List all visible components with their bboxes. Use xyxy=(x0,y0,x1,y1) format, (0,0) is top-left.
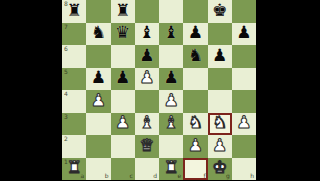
square-c8[interactable]: ♜ xyxy=(111,0,135,23)
square-c3[interactable]: ♟ xyxy=(111,113,135,136)
square-d6[interactable]: ♟ xyxy=(135,45,159,68)
black-king-g8[interactable]: ♚ xyxy=(212,2,227,19)
white-bishop-e3[interactable]: ♝ xyxy=(164,114,179,131)
square-e6[interactable] xyxy=(159,45,183,68)
black-rook-c8[interactable]: ♜ xyxy=(115,2,130,19)
white-rook-e1[interactable]: ♜ xyxy=(164,159,179,176)
white-bishop-d3[interactable]: ♝ xyxy=(139,114,154,131)
square-f8[interactable] xyxy=(183,0,207,23)
square-b7[interactable]: ♞ xyxy=(86,23,110,46)
black-pawn-d6[interactable]: ♟ xyxy=(139,47,154,64)
white-pawn-d5[interactable]: ♟ xyxy=(139,69,154,86)
black-pawn-h7[interactable]: ♟ xyxy=(236,24,251,41)
rank-label-4: 4 xyxy=(64,91,68,97)
square-g5[interactable] xyxy=(208,68,232,91)
black-pawn-g6[interactable]: ♟ xyxy=(212,47,227,64)
square-d2[interactable]: ♛ xyxy=(135,135,159,158)
square-h2[interactable] xyxy=(232,135,256,158)
white-knight-f3[interactable]: ♞ xyxy=(188,114,203,131)
white-rook-a1[interactable]: ♜ xyxy=(67,159,82,176)
square-e4[interactable]: ♟ xyxy=(159,90,183,113)
square-g7[interactable] xyxy=(208,23,232,46)
square-g4[interactable] xyxy=(208,90,232,113)
square-d4[interactable] xyxy=(135,90,159,113)
square-b3[interactable] xyxy=(86,113,110,136)
square-e1[interactable]: e♜ xyxy=(159,158,183,181)
square-b8[interactable] xyxy=(86,0,110,23)
square-h4[interactable] xyxy=(232,90,256,113)
square-f3[interactable]: ♞ xyxy=(183,113,207,136)
square-b6[interactable] xyxy=(86,45,110,68)
white-pawn-c3[interactable]: ♟ xyxy=(115,114,130,131)
black-bishop-d7[interactable]: ♝ xyxy=(139,24,154,41)
square-f5[interactable] xyxy=(183,68,207,91)
square-c6[interactable] xyxy=(111,45,135,68)
rank-label-2: 2 xyxy=(64,136,68,142)
square-h5[interactable] xyxy=(232,68,256,91)
square-b4[interactable]: ♟ xyxy=(86,90,110,113)
chess-board: 8♜♜♚7♞♛♝♝♟♟6♟♞♟5♟♟♟♟4♟♟3♟♝♝♞♞♟2♛♟♟1a♜bcd… xyxy=(62,0,256,180)
black-pawn-f7[interactable]: ♟ xyxy=(188,24,203,41)
white-king-g1[interactable]: ♚ xyxy=(212,159,227,176)
square-a6[interactable]: 6 xyxy=(62,45,86,68)
file-label-h: h xyxy=(250,173,254,179)
square-h6[interactable] xyxy=(232,45,256,68)
rank-label-7: 7 xyxy=(64,24,68,30)
square-g2[interactable]: ♟ xyxy=(208,135,232,158)
square-h3[interactable]: ♟ xyxy=(232,113,256,136)
file-label-f: f xyxy=(203,173,205,179)
black-bishop-e7[interactable]: ♝ xyxy=(164,24,179,41)
square-a4[interactable]: 4 xyxy=(62,90,86,113)
black-queen-c7[interactable]: ♛ xyxy=(115,24,130,41)
white-pawn-h3[interactable]: ♟ xyxy=(236,114,251,131)
black-pawn-b5[interactable]: ♟ xyxy=(91,69,106,86)
square-d1[interactable]: d xyxy=(135,158,159,181)
square-d8[interactable] xyxy=(135,0,159,23)
file-label-c: c xyxy=(129,173,132,179)
square-b1[interactable]: b xyxy=(86,158,110,181)
black-knight-b7[interactable]: ♞ xyxy=(91,24,106,41)
square-e7[interactable]: ♝ xyxy=(159,23,183,46)
rank-label-3: 3 xyxy=(64,114,68,120)
square-f1[interactable]: f xyxy=(183,158,207,181)
square-c2[interactable] xyxy=(111,135,135,158)
file-label-d: d xyxy=(153,173,157,179)
black-pawn-c5[interactable]: ♟ xyxy=(115,69,130,86)
square-c4[interactable] xyxy=(111,90,135,113)
rank-label-6: 6 xyxy=(64,46,68,52)
square-d5[interactable]: ♟ xyxy=(135,68,159,91)
black-rook-a8[interactable]: ♜ xyxy=(67,2,82,19)
square-d3[interactable]: ♝ xyxy=(135,113,159,136)
right-letterbox-bar xyxy=(256,0,320,180)
square-a2[interactable]: 2 xyxy=(62,135,86,158)
square-c1[interactable]: c xyxy=(111,158,135,181)
square-a5[interactable]: 5 xyxy=(62,68,86,91)
square-h1[interactable]: h xyxy=(232,158,256,181)
square-e2[interactable] xyxy=(159,135,183,158)
square-e8[interactable] xyxy=(159,0,183,23)
square-f4[interactable] xyxy=(183,90,207,113)
black-knight-f6[interactable]: ♞ xyxy=(188,47,203,64)
square-g1[interactable]: g♚ xyxy=(208,158,232,181)
square-f7[interactable]: ♟ xyxy=(183,23,207,46)
square-h8[interactable] xyxy=(232,0,256,23)
white-queen-d2[interactable]: ♛ xyxy=(139,137,154,154)
black-pawn-e5[interactable]: ♟ xyxy=(164,69,179,86)
left-letterbox-bar xyxy=(0,0,62,180)
square-a7[interactable]: 7 xyxy=(62,23,86,46)
white-pawn-f2[interactable]: ♟ xyxy=(188,137,203,154)
square-e3[interactable]: ♝ xyxy=(159,113,183,136)
square-f6[interactable]: ♞ xyxy=(183,45,207,68)
square-g8[interactable]: ♚ xyxy=(208,0,232,23)
white-pawn-g2[interactable]: ♟ xyxy=(212,137,227,154)
square-g3[interactable]: ♞ xyxy=(208,113,232,136)
square-b2[interactable] xyxy=(86,135,110,158)
square-e5[interactable]: ♟ xyxy=(159,68,183,91)
square-b5[interactable]: ♟ xyxy=(86,68,110,91)
file-label-b: b xyxy=(105,173,109,179)
rank-label-5: 5 xyxy=(64,69,68,75)
chess-app-frame: 8♜♜♚7♞♛♝♝♟♟6♟♞♟5♟♟♟♟4♟♟3♟♝♝♞♞♟2♛♟♟1a♜bcd… xyxy=(0,0,320,180)
square-a1[interactable]: 1a♜ xyxy=(62,158,86,181)
square-h7[interactable]: ♟ xyxy=(232,23,256,46)
white-pawn-e4[interactable]: ♟ xyxy=(164,92,179,109)
white-pawn-b4[interactable]: ♟ xyxy=(91,92,106,109)
square-g6[interactable]: ♟ xyxy=(208,45,232,68)
square-a8[interactable]: 8♜ xyxy=(62,0,86,23)
square-d7[interactable]: ♝ xyxy=(135,23,159,46)
square-c5[interactable]: ♟ xyxy=(111,68,135,91)
square-a3[interactable]: 3 xyxy=(62,113,86,136)
square-f2[interactable]: ♟ xyxy=(183,135,207,158)
white-knight-g3[interactable]: ♞ xyxy=(212,114,227,131)
square-c7[interactable]: ♛ xyxy=(111,23,135,46)
